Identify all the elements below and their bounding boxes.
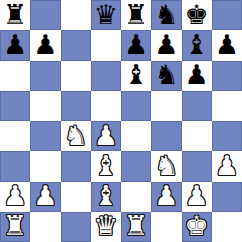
black-pawn-icon: ♟ xyxy=(124,31,148,58)
square-h3[interactable]: ♟ xyxy=(212,151,242,181)
black-rook-icon: ♜ xyxy=(3,1,27,28)
white-king-icon: ♚ xyxy=(185,212,209,239)
square-f4[interactable] xyxy=(151,121,181,151)
square-d3[interactable]: ♝ xyxy=(91,151,121,181)
black-pawn-icon: ♟ xyxy=(154,31,178,58)
square-a7[interactable]: ♟ xyxy=(0,30,30,60)
square-e3[interactable] xyxy=(121,151,151,181)
square-a8[interactable]: ♜ xyxy=(0,0,30,30)
square-e2[interactable] xyxy=(121,182,151,212)
square-h2[interactable] xyxy=(212,182,242,212)
square-f7[interactable]: ♟ xyxy=(151,30,181,60)
square-c1[interactable] xyxy=(61,212,91,242)
black-pawn-icon: ♟ xyxy=(33,31,57,58)
square-a6[interactable] xyxy=(0,61,30,91)
square-g1[interactable]: ♚ xyxy=(182,212,212,242)
white-pawn-icon: ♟ xyxy=(215,152,239,179)
square-e4[interactable] xyxy=(121,121,151,151)
black-pawn-icon: ♟ xyxy=(3,31,27,58)
square-f5[interactable] xyxy=(151,91,181,121)
square-a2[interactable]: ♟ xyxy=(0,182,30,212)
white-pawn-icon: ♟ xyxy=(154,182,178,209)
square-c5[interactable] xyxy=(61,91,91,121)
black-rook-icon: ♜ xyxy=(124,1,148,28)
square-a1[interactable]: ♜ xyxy=(0,212,30,242)
square-c8[interactable] xyxy=(61,0,91,30)
square-b8[interactable] xyxy=(30,0,60,30)
square-e8[interactable]: ♜ xyxy=(121,0,151,30)
black-queen-icon: ♛ xyxy=(94,1,118,28)
square-h6[interactable] xyxy=(212,61,242,91)
square-g8[interactable]: ♚ xyxy=(182,0,212,30)
square-e7[interactable]: ♟ xyxy=(121,30,151,60)
black-knight-icon: ♞ xyxy=(154,1,178,28)
white-rook-icon: ♜ xyxy=(3,212,27,239)
square-f6[interactable]: ♞ xyxy=(151,61,181,91)
square-h7[interactable]: ♟ xyxy=(212,30,242,60)
square-h8[interactable] xyxy=(212,0,242,30)
white-bishop-icon: ♝ xyxy=(94,152,118,179)
white-pawn-icon: ♟ xyxy=(185,182,209,209)
square-a4[interactable] xyxy=(0,121,30,151)
white-pawn-icon: ♟ xyxy=(94,122,118,149)
white-bishop-icon: ♝ xyxy=(94,182,118,209)
square-b5[interactable] xyxy=(30,91,60,121)
black-king-icon: ♚ xyxy=(185,1,209,28)
black-bishop-icon: ♝ xyxy=(124,61,148,88)
square-d1[interactable]: ♛ xyxy=(91,212,121,242)
square-b6[interactable] xyxy=(30,61,60,91)
square-g5[interactable] xyxy=(182,91,212,121)
square-h1[interactable] xyxy=(212,212,242,242)
square-f8[interactable]: ♞ xyxy=(151,0,181,30)
white-rook-icon: ♜ xyxy=(124,212,148,239)
square-b7[interactable]: ♟ xyxy=(30,30,60,60)
square-d5[interactable] xyxy=(91,91,121,121)
white-pawn-icon: ♟ xyxy=(33,182,57,209)
square-a3[interactable] xyxy=(0,151,30,181)
square-b4[interactable] xyxy=(30,121,60,151)
square-e5[interactable] xyxy=(121,91,151,121)
square-g6[interactable]: ♟ xyxy=(182,61,212,91)
square-h5[interactable] xyxy=(212,91,242,121)
square-d6[interactable] xyxy=(91,61,121,91)
square-g3[interactable] xyxy=(182,151,212,181)
square-d4[interactable]: ♟ xyxy=(91,121,121,151)
square-d2[interactable]: ♝ xyxy=(91,182,121,212)
square-h4[interactable] xyxy=(212,121,242,151)
square-b3[interactable] xyxy=(30,151,60,181)
square-c3[interactable] xyxy=(61,151,91,181)
white-knight-icon: ♞ xyxy=(64,122,88,149)
square-d8[interactable]: ♛ xyxy=(91,0,121,30)
square-c2[interactable] xyxy=(61,182,91,212)
square-a5[interactable] xyxy=(0,91,30,121)
square-f1[interactable] xyxy=(151,212,181,242)
black-knight-icon: ♞ xyxy=(154,61,178,88)
white-queen-icon: ♛ xyxy=(94,212,118,239)
square-b2[interactable]: ♟ xyxy=(30,182,60,212)
square-g4[interactable] xyxy=(182,121,212,151)
square-b1[interactable] xyxy=(30,212,60,242)
square-c7[interactable] xyxy=(61,30,91,60)
square-c4[interactable]: ♞ xyxy=(61,121,91,151)
square-e6[interactable]: ♝ xyxy=(121,61,151,91)
square-e1[interactable]: ♜ xyxy=(121,212,151,242)
black-pawn-icon: ♟ xyxy=(215,31,239,58)
white-pawn-icon: ♟ xyxy=(3,182,27,209)
square-c6[interactable] xyxy=(61,61,91,91)
square-f3[interactable]: ♞ xyxy=(151,151,181,181)
black-pawn-icon: ♟ xyxy=(185,61,209,88)
chess-board: ♜♛♜♞♚♟♟♟♟♝♟♝♞♟♞♟♝♞♟♟♟♝♟♟♜♛♜♚ xyxy=(0,0,242,242)
black-bishop-icon: ♝ xyxy=(185,31,209,58)
white-knight-icon: ♞ xyxy=(154,152,178,179)
square-d7[interactable] xyxy=(91,30,121,60)
square-g2[interactable]: ♟ xyxy=(182,182,212,212)
square-f2[interactable]: ♟ xyxy=(151,182,181,212)
square-g7[interactable]: ♝ xyxy=(182,30,212,60)
